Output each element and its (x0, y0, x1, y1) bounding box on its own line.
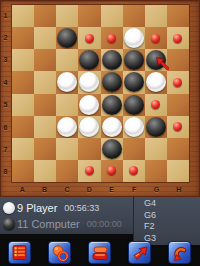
board-grid[interactable] (11, 4, 190, 183)
black-piece[interactable] (146, 50, 166, 70)
players-box: 9 Player 00:56:33 11 Computer 00:00:00 (0, 197, 133, 234)
board-cell-G2[interactable] (145, 27, 167, 49)
move-list-icon (11, 244, 28, 261)
red-marker (151, 100, 160, 109)
board-cell-B2[interactable] (34, 27, 56, 49)
black-piece[interactable] (79, 50, 99, 70)
board-cell-E5[interactable] (101, 94, 123, 116)
stacked-bars-icon (91, 244, 109, 262)
board-cell-D1[interactable] (78, 5, 100, 27)
rank-labels: 12345678 (0, 4, 11, 183)
hint-button[interactable] (128, 241, 151, 264)
new-game-button[interactable] (48, 241, 71, 264)
board-cell-G1[interactable] (145, 5, 167, 27)
red-marker (173, 78, 182, 87)
file-label-E: E (101, 183, 123, 196)
white-player-clock: 00:56:33 (64, 203, 99, 213)
board-cell-A6[interactable] (12, 116, 34, 138)
black-player-clock: 00:00:00 (87, 219, 122, 229)
black-piece[interactable] (124, 95, 144, 115)
board-cell-G6[interactable] (145, 116, 167, 138)
undo-arrow-icon (171, 244, 189, 262)
board-cell-C3[interactable] (56, 49, 78, 71)
board-cell-B4[interactable] (34, 71, 56, 93)
board-cell-H1[interactable] (167, 5, 189, 27)
board-cell-F3[interactable] (123, 49, 145, 71)
move-entry: G6 (144, 210, 200, 222)
white-piece[interactable] (146, 72, 166, 92)
board-cell-A5[interactable] (12, 94, 34, 116)
board-cell-H2[interactable] (167, 27, 189, 49)
board-cell-E1[interactable] (101, 5, 123, 27)
move-list-entries: G4G6F2G3 (134, 197, 200, 244)
rank-label-5: 5 (0, 94, 11, 116)
black-piece[interactable] (124, 50, 144, 70)
board-cell-F4[interactable] (123, 71, 145, 93)
black-piece[interactable] (124, 72, 144, 92)
player-row-black: 11 Computer 00:00:00 (3, 216, 122, 231)
board-cell-F7[interactable] (123, 138, 145, 160)
board-cell-A2[interactable] (12, 27, 34, 49)
board-cell-C7[interactable] (56, 138, 78, 160)
black-piece[interactable] (146, 117, 166, 137)
board-cell-F8[interactable] (123, 160, 145, 182)
game-board: 12345678 ABCDEFGH (0, 0, 200, 197)
black-piece[interactable] (57, 28, 77, 48)
rank-label-7: 7 (0, 138, 11, 160)
file-label-C: C (56, 183, 78, 196)
board-cell-H7[interactable] (167, 138, 189, 160)
red-marker (107, 34, 116, 43)
rank-label-6: 6 (0, 116, 11, 138)
white-piece-icon (3, 202, 15, 214)
board-cell-B8[interactable] (34, 160, 56, 182)
toolbar (0, 241, 200, 266)
board-cell-E8[interactable] (101, 160, 123, 182)
black-piece[interactable] (102, 95, 122, 115)
white-piece-count: 9 (17, 202, 23, 214)
board-cell-A8[interactable] (12, 160, 34, 182)
board-cell-F6[interactable] (123, 116, 145, 138)
board-cell-B3[interactable] (34, 49, 56, 71)
board-cell-D3[interactable] (78, 49, 100, 71)
file-label-A: A (11, 183, 33, 196)
board-cell-C6[interactable] (56, 116, 78, 138)
white-piece[interactable] (79, 72, 99, 92)
board-cell-E7[interactable] (101, 138, 123, 160)
white-piece[interactable] (124, 117, 144, 137)
board-cell-B5[interactable] (34, 94, 56, 116)
rank-label-8: 8 (0, 161, 11, 183)
board-cell-E2[interactable] (101, 27, 123, 49)
board-cell-A1[interactable] (12, 5, 34, 27)
board-cell-D2[interactable] (78, 27, 100, 49)
white-piece[interactable] (79, 117, 99, 137)
black-piece-icon (3, 218, 15, 230)
move-entry: F2 (144, 221, 200, 233)
board-cell-C8[interactable] (56, 160, 78, 182)
black-player-name: Computer (31, 218, 79, 230)
board-cell-B6[interactable] (34, 116, 56, 138)
board-cell-G4[interactable] (145, 71, 167, 93)
file-labels: ABCDEFGH (11, 183, 190, 196)
board-cell-B1[interactable] (34, 5, 56, 27)
rank-label-3: 3 (0, 49, 11, 71)
black-piece[interactable] (102, 50, 122, 70)
rank-label-1: 1 (0, 4, 11, 26)
rank-label-2: 2 (0, 26, 11, 48)
file-label-G: G (145, 183, 167, 196)
red-marker (173, 122, 182, 131)
red-marker (85, 166, 94, 175)
board-cell-F1[interactable] (123, 5, 145, 27)
hint-arrow-icon (131, 244, 149, 262)
board-cell-C1[interactable] (56, 5, 78, 27)
white-piece[interactable] (79, 95, 99, 115)
board-cell-C5[interactable] (56, 94, 78, 116)
file-label-B: B (33, 183, 55, 196)
board-cell-D7[interactable] (78, 138, 100, 160)
file-label-H: H (168, 183, 190, 196)
red-marker (107, 166, 116, 175)
black-piece[interactable] (102, 139, 122, 159)
board-cell-D6[interactable] (78, 116, 100, 138)
board-cell-D5[interactable] (78, 94, 100, 116)
info-panel: 9 Player 00:56:33 11 Computer 00:00:00 G… (0, 197, 200, 266)
board-cell-G7[interactable] (145, 138, 167, 160)
red-marker (151, 34, 160, 43)
board-button[interactable] (88, 241, 111, 264)
board-cell-G8[interactable] (145, 160, 167, 182)
move-list[interactable]: G4G6F2G3 (133, 197, 200, 245)
white-piece[interactable] (57, 117, 77, 137)
file-label-F: F (123, 183, 145, 196)
board-cell-G5[interactable] (145, 94, 167, 116)
board-cell-A4[interactable] (12, 71, 34, 93)
board-cell-A7[interactable] (12, 138, 34, 160)
board-cell-F5[interactable] (123, 94, 145, 116)
board-cell-E4[interactable] (101, 71, 123, 93)
white-piece[interactable] (57, 72, 77, 92)
board-cell-D8[interactable] (78, 160, 100, 182)
board-cell-D4[interactable] (78, 71, 100, 93)
player-row-white: 9 Player 00:56:33 (3, 200, 99, 215)
board-cell-C2[interactable] (56, 27, 78, 49)
board-cell-F2[interactable] (123, 27, 145, 49)
board-cell-G3[interactable] (145, 49, 167, 71)
black-piece-count: 11 (17, 218, 28, 230)
black-piece[interactable] (102, 72, 122, 92)
white-piece[interactable] (102, 117, 122, 137)
board-cell-C4[interactable] (56, 71, 78, 93)
new-game-pieces-icon (51, 244, 69, 262)
board-cell-H8[interactable] (167, 160, 189, 182)
board-cell-H5[interactable] (167, 94, 189, 116)
red-marker (85, 34, 94, 43)
board-cell-H4[interactable] (167, 71, 189, 93)
board-cell-A3[interactable] (12, 49, 34, 71)
undo-button[interactable] (168, 241, 191, 264)
red-marker (173, 34, 182, 43)
board-cell-E3[interactable] (101, 49, 123, 71)
file-label-D: D (78, 183, 100, 196)
white-piece[interactable] (124, 28, 144, 48)
move-list-button[interactable] (8, 241, 31, 264)
board-cell-H3[interactable] (167, 49, 189, 71)
rank-label-4: 4 (0, 71, 11, 93)
red-marker (129, 166, 138, 175)
board-cell-B7[interactable] (34, 138, 56, 160)
board-cell-H6[interactable] (167, 116, 189, 138)
move-entry: G4 (144, 198, 200, 210)
white-player-name: Player (26, 202, 57, 214)
board-cell-E6[interactable] (101, 116, 123, 138)
